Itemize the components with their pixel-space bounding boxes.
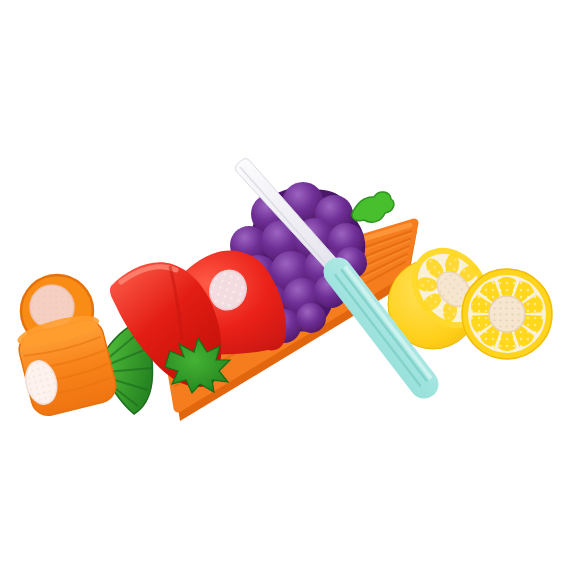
velcro-texture <box>490 297 524 331</box>
grape <box>296 303 326 333</box>
lemon-half-face <box>462 269 552 359</box>
photo-stage <box>0 0 572 572</box>
toy-food-cutting-set-photo <box>0 0 572 572</box>
